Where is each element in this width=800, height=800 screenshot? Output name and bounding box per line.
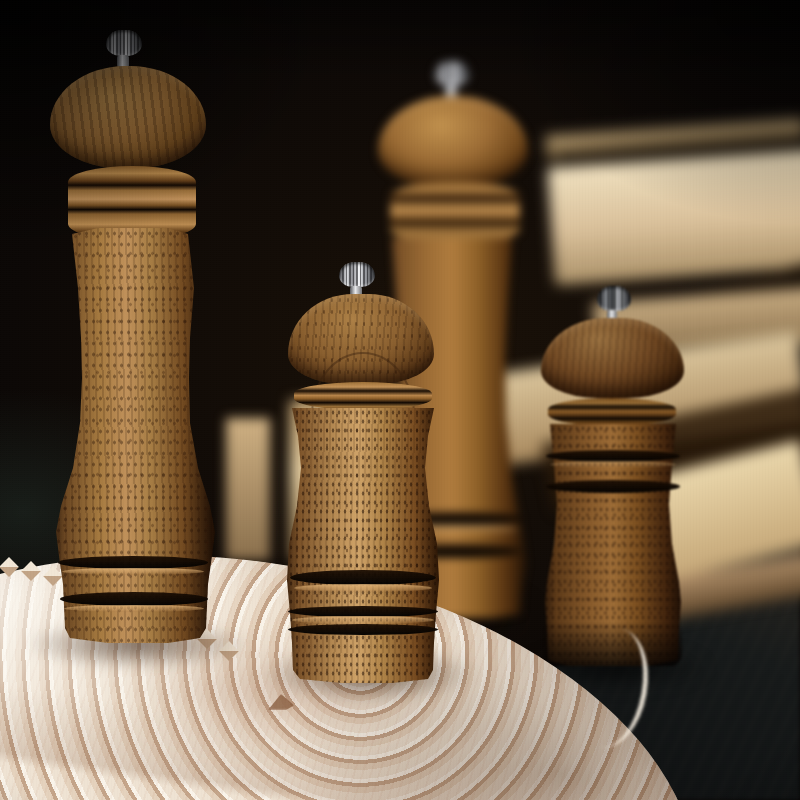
adjust-knob-icon	[339, 262, 375, 287]
mill-groove-highlight	[294, 584, 432, 592]
mill-body	[282, 408, 444, 683]
tall-pepper-mill	[48, 28, 218, 643]
mill-groove-highlight	[62, 568, 204, 575]
mill-groove-highlight	[64, 605, 204, 612]
front-pepper-mill	[282, 258, 444, 683]
mill-groove-highlight	[292, 616, 434, 624]
mill-neck-rings	[294, 382, 432, 410]
mill-groove	[290, 570, 436, 585]
mill-groove	[288, 624, 438, 635]
photo-canvas	[0, 0, 800, 800]
mill-body	[48, 228, 218, 643]
mill-cap	[50, 66, 206, 168]
adjust-knob-icon	[106, 30, 142, 56]
mill-groove	[60, 592, 208, 606]
